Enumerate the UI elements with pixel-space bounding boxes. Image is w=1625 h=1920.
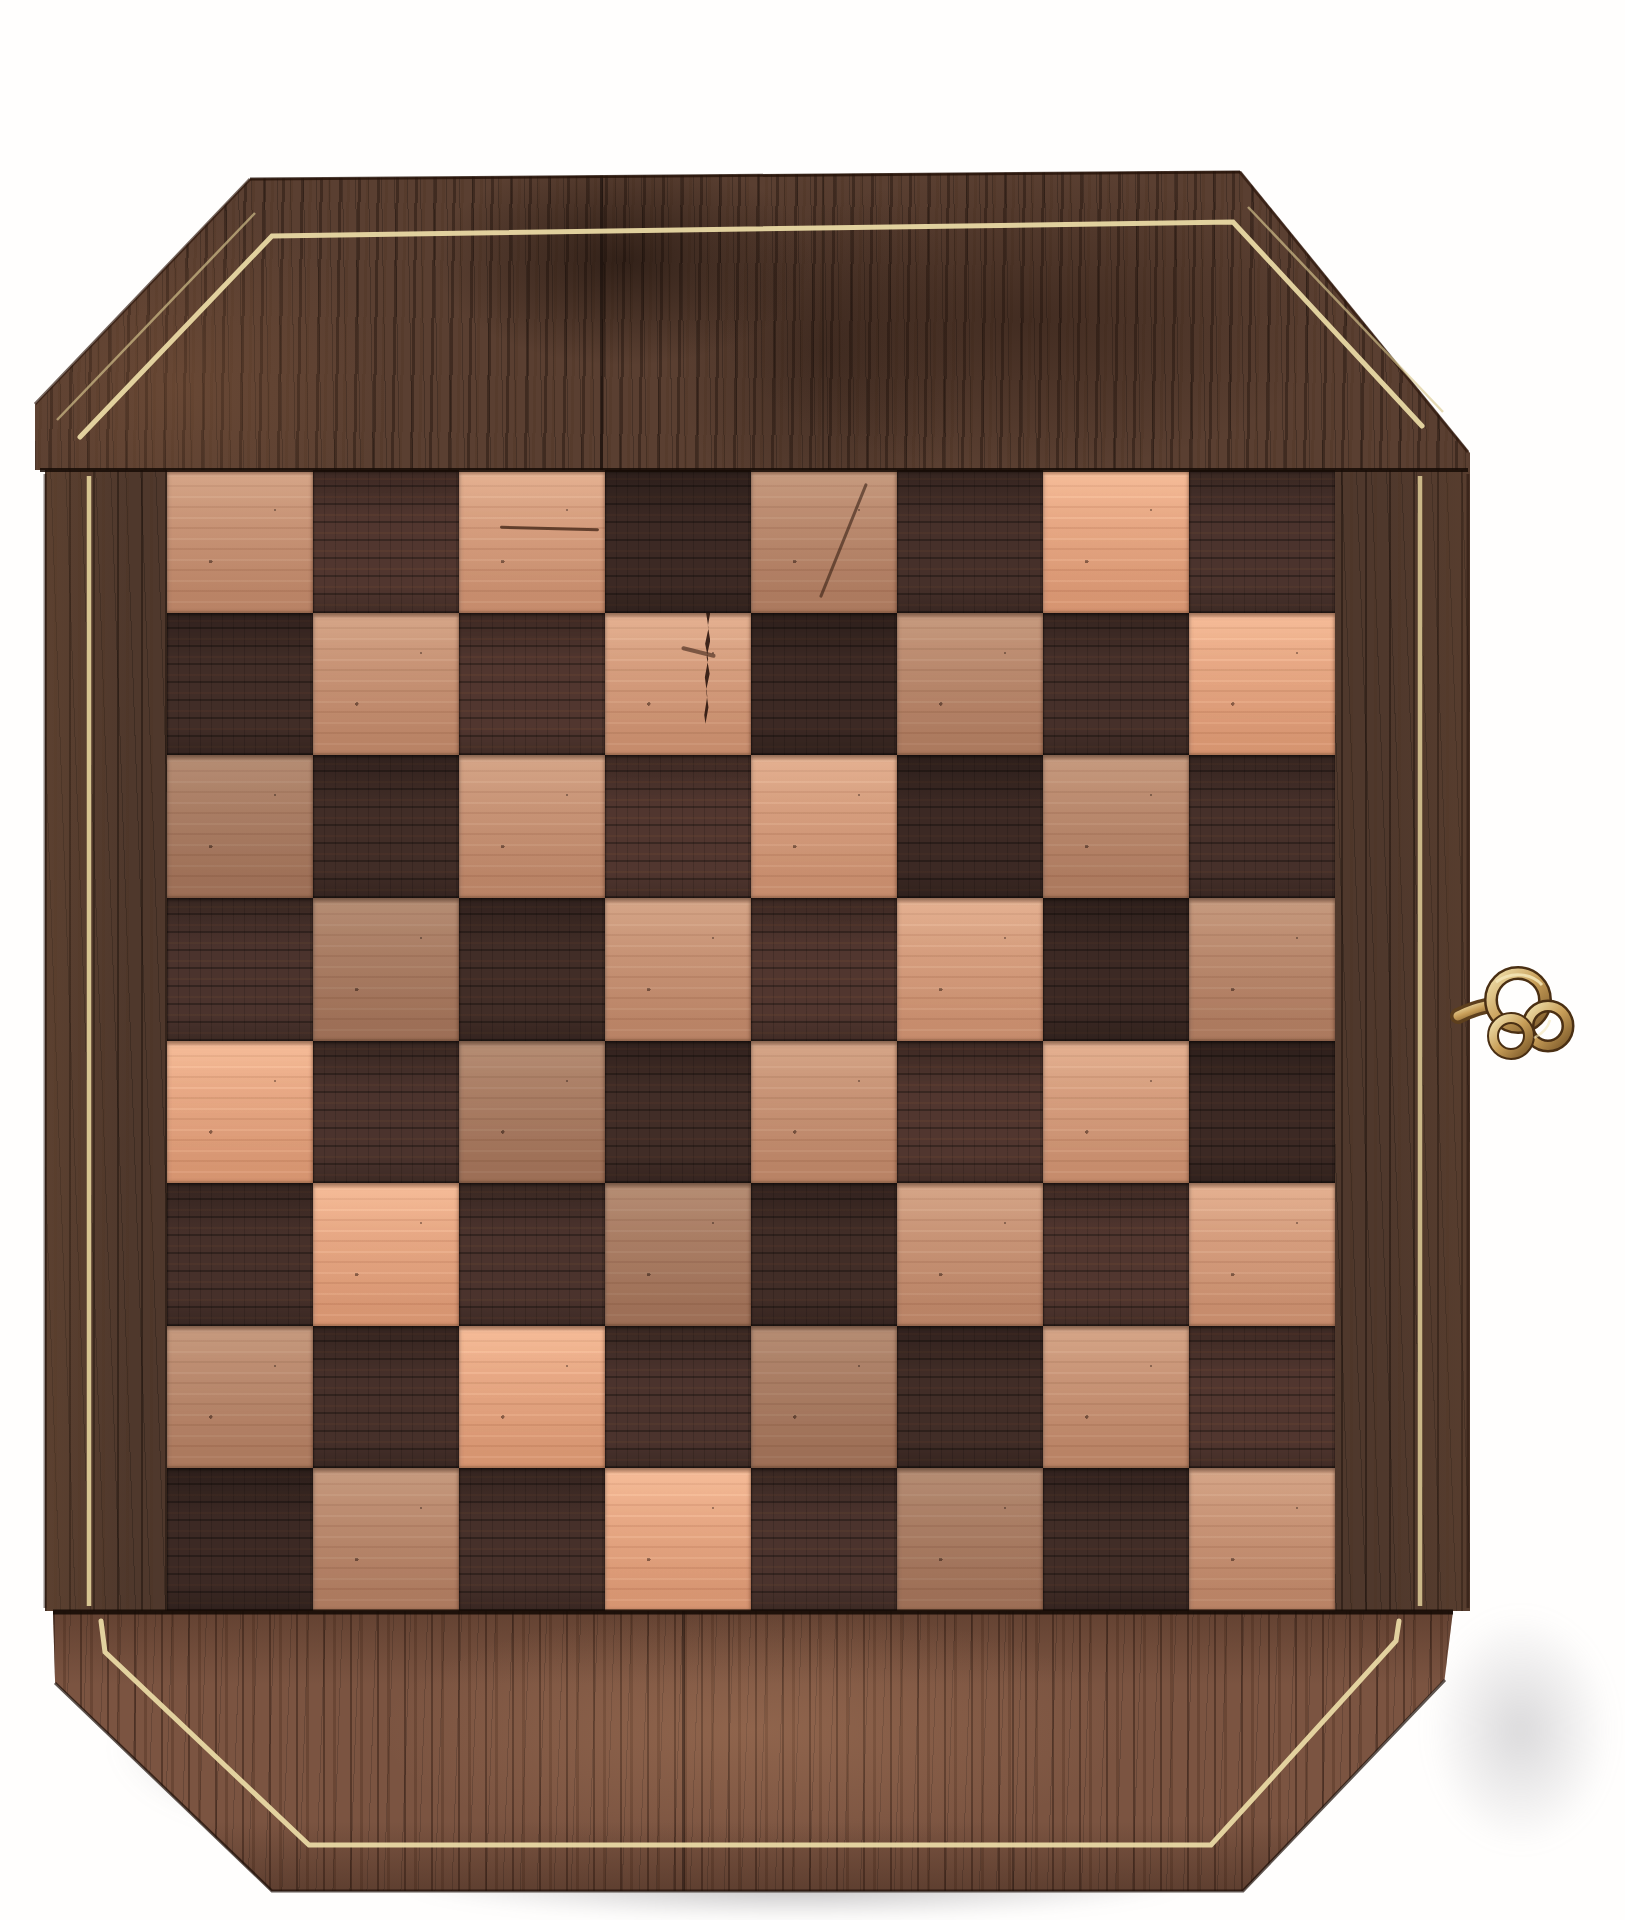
square-g7 [1043, 613, 1189, 756]
square-a3 [167, 1183, 313, 1326]
lid-wood-joint [600, 171, 603, 470]
square-d8 [605, 470, 751, 613]
square-f5 [897, 898, 1043, 1041]
square-e1 [751, 1468, 897, 1611]
square-e6 [751, 755, 897, 898]
square-h5 [1189, 898, 1335, 1041]
square-c1 [459, 1468, 605, 1611]
square-b8 [313, 470, 459, 613]
square-f6 [897, 755, 1043, 898]
brass-key-icon [1458, 973, 1568, 1054]
square-b6 [313, 755, 459, 898]
square-a6 [167, 755, 313, 898]
square-g1 [1043, 1468, 1189, 1611]
square-h4 [1189, 1041, 1335, 1184]
square-g4 [1043, 1041, 1189, 1184]
square-e7 [751, 613, 897, 756]
square-a5 [167, 898, 313, 1041]
square-h8 [1189, 470, 1335, 613]
square-c3 [459, 1183, 605, 1326]
square-h6 [1189, 755, 1335, 898]
square-f7 [897, 613, 1043, 756]
box-lid-edge [35, 171, 1470, 470]
square-c7 [459, 613, 605, 756]
square-h3 [1189, 1183, 1335, 1326]
square-e3 [751, 1183, 897, 1326]
square-c8 [459, 470, 605, 613]
square-d6 [605, 755, 751, 898]
photo-background [0, 0, 1625, 1920]
checkerboard [167, 470, 1335, 1611]
square-f4 [897, 1041, 1043, 1184]
square-h7 [1189, 613, 1335, 756]
lid-grain-streak [822, 171, 824, 470]
square-b2 [313, 1326, 459, 1469]
square-c5 [459, 898, 605, 1041]
square-d4 [605, 1041, 751, 1184]
square-a8 [167, 470, 313, 613]
square-a4 [167, 1041, 313, 1184]
box-bottom-edge [53, 1611, 1453, 1895]
square-a1 [167, 1468, 313, 1611]
square-e2 [751, 1326, 897, 1469]
square-c4 [459, 1041, 605, 1184]
square-d3 [605, 1183, 751, 1326]
square-c6 [459, 755, 605, 898]
square-b5 [313, 898, 459, 1041]
square-h1 [1189, 1468, 1335, 1611]
square-e8 [751, 470, 897, 613]
square-g2 [1043, 1326, 1189, 1469]
square-g3 [1043, 1183, 1189, 1326]
square-b7 [313, 613, 459, 756]
square-f2 [897, 1326, 1043, 1469]
square-g8 [1043, 470, 1189, 613]
square-c2 [459, 1326, 605, 1469]
square-e5 [751, 898, 897, 1041]
square-d1 [605, 1468, 751, 1611]
bottom-grain-streak [1012, 1611, 1014, 1895]
square-a2 [167, 1326, 313, 1469]
square-d5 [605, 898, 751, 1041]
square-h2 [1189, 1326, 1335, 1469]
square-b3 [313, 1183, 459, 1326]
square-g5 [1043, 898, 1189, 1041]
square-f3 [897, 1183, 1043, 1326]
square-d2 [605, 1326, 751, 1469]
bottom-wood-joint [682, 1611, 685, 1895]
square-g6 [1043, 755, 1189, 898]
square-f8 [897, 470, 1043, 613]
square-e4 [751, 1041, 897, 1184]
square-b4 [313, 1041, 459, 1184]
square-d7 [605, 613, 751, 756]
square-a7 [167, 613, 313, 756]
square-b1 [313, 1468, 459, 1611]
square-f1 [897, 1468, 1043, 1611]
